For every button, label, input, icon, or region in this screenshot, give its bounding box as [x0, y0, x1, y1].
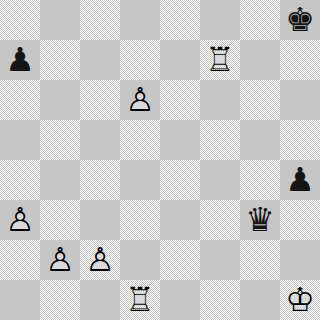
- black-king-glyph: ♚: [280, 0, 320, 40]
- square-a3[interactable]: ♟♙: [0, 200, 40, 240]
- square-b8[interactable]: [40, 0, 80, 40]
- square-c7[interactable]: [80, 40, 120, 80]
- square-c2[interactable]: ♟♙: [80, 240, 120, 280]
- square-f2[interactable]: [200, 240, 240, 280]
- square-f8[interactable]: [200, 0, 240, 40]
- white-rook[interactable]: ♜♖: [200, 40, 240, 80]
- square-h7[interactable]: [280, 40, 320, 80]
- black-pawn-glyph: ♟: [280, 160, 320, 200]
- square-b3[interactable]: [40, 200, 80, 240]
- white-pawn-glyph: ♙: [80, 240, 120, 280]
- square-d5[interactable]: [120, 120, 160, 160]
- white-king-glyph: ♔: [280, 280, 320, 320]
- square-e5[interactable]: [160, 120, 200, 160]
- chess-board: ♚♟♜♖♟♙♟♟♙♛♟♙♟♙♜♖♚♔: [0, 0, 320, 320]
- square-e6[interactable]: [160, 80, 200, 120]
- square-f4[interactable]: [200, 160, 240, 200]
- square-c8[interactable]: [80, 0, 120, 40]
- black-queen[interactable]: ♛: [240, 200, 280, 240]
- square-f5[interactable]: [200, 120, 240, 160]
- black-king[interactable]: ♚: [280, 0, 320, 40]
- square-c1[interactable]: [80, 280, 120, 320]
- square-c6[interactable]: [80, 80, 120, 120]
- square-b6[interactable]: [40, 80, 80, 120]
- square-d3[interactable]: [120, 200, 160, 240]
- square-a1[interactable]: [0, 280, 40, 320]
- square-c5[interactable]: [80, 120, 120, 160]
- square-c4[interactable]: [80, 160, 120, 200]
- square-b1[interactable]: [40, 280, 80, 320]
- square-g3[interactable]: ♛: [240, 200, 280, 240]
- square-h6[interactable]: [280, 80, 320, 120]
- square-f1[interactable]: [200, 280, 240, 320]
- white-pawn[interactable]: ♟♙: [120, 80, 160, 120]
- square-h2[interactable]: [280, 240, 320, 280]
- white-rook-glyph: ♖: [120, 280, 160, 320]
- white-king[interactable]: ♚♔: [280, 280, 320, 320]
- white-pawn-glyph: ♙: [40, 240, 80, 280]
- black-pawn[interactable]: ♟: [0, 40, 40, 80]
- white-pawn-glyph: ♙: [120, 80, 160, 120]
- black-pawn[interactable]: ♟: [280, 160, 320, 200]
- white-pawn[interactable]: ♟♙: [80, 240, 120, 280]
- square-a6[interactable]: [0, 80, 40, 120]
- square-g7[interactable]: [240, 40, 280, 80]
- square-e4[interactable]: [160, 160, 200, 200]
- square-g8[interactable]: [240, 0, 280, 40]
- square-f6[interactable]: [200, 80, 240, 120]
- square-a5[interactable]: [0, 120, 40, 160]
- square-g4[interactable]: [240, 160, 280, 200]
- square-e7[interactable]: [160, 40, 200, 80]
- black-pawn-glyph: ♟: [0, 40, 40, 80]
- square-b4[interactable]: [40, 160, 80, 200]
- square-e3[interactable]: [160, 200, 200, 240]
- square-d4[interactable]: [120, 160, 160, 200]
- square-h4[interactable]: ♟: [280, 160, 320, 200]
- white-pawn[interactable]: ♟♙: [0, 200, 40, 240]
- square-g1[interactable]: [240, 280, 280, 320]
- square-c3[interactable]: [80, 200, 120, 240]
- square-d6[interactable]: ♟♙: [120, 80, 160, 120]
- square-f3[interactable]: [200, 200, 240, 240]
- black-queen-glyph: ♛: [240, 200, 280, 240]
- white-pawn-glyph: ♙: [0, 200, 40, 240]
- square-d7[interactable]: [120, 40, 160, 80]
- square-b2[interactable]: ♟♙: [40, 240, 80, 280]
- square-g6[interactable]: [240, 80, 280, 120]
- square-e8[interactable]: [160, 0, 200, 40]
- square-f7[interactable]: ♜♖: [200, 40, 240, 80]
- square-g2[interactable]: [240, 240, 280, 280]
- square-h5[interactable]: [280, 120, 320, 160]
- square-e2[interactable]: [160, 240, 200, 280]
- square-b7[interactable]: [40, 40, 80, 80]
- square-b5[interactable]: [40, 120, 80, 160]
- white-pawn[interactable]: ♟♙: [40, 240, 80, 280]
- white-rook[interactable]: ♜♖: [120, 280, 160, 320]
- square-e1[interactable]: [160, 280, 200, 320]
- square-g5[interactable]: [240, 120, 280, 160]
- square-a4[interactable]: [0, 160, 40, 200]
- square-h3[interactable]: [280, 200, 320, 240]
- square-a2[interactable]: [0, 240, 40, 280]
- square-a8[interactable]: [0, 0, 40, 40]
- square-h1[interactable]: ♚♔: [280, 280, 320, 320]
- square-d1[interactable]: ♜♖: [120, 280, 160, 320]
- square-a7[interactable]: ♟: [0, 40, 40, 80]
- square-d2[interactable]: [120, 240, 160, 280]
- square-h8[interactable]: ♚: [280, 0, 320, 40]
- white-rook-glyph: ♖: [200, 40, 240, 80]
- square-d8[interactable]: [120, 0, 160, 40]
